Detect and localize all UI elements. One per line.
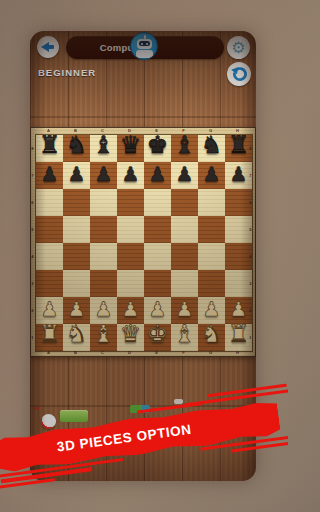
- square-d3[interactable]: [117, 270, 144, 297]
- square-b3[interactable]: [63, 270, 90, 297]
- piece-white-knight[interactable]: ♞: [66, 322, 88, 346]
- piece-white-pawn[interactable]: ♟: [68, 299, 86, 319]
- file-label-bottom: F: [177, 351, 189, 354]
- robot-head-icon: [137, 39, 152, 49]
- square-c5[interactable]: [90, 216, 117, 243]
- piece-black-knight[interactable]: ♞: [66, 133, 88, 157]
- piece-white-pawn[interactable]: ♟: [176, 299, 194, 319]
- piece-black-pawn[interactable]: ♟: [41, 164, 59, 184]
- piece-white-bishop[interactable]: ♝: [174, 322, 196, 346]
- rank-label-right: 6: [244, 201, 256, 204]
- rank-label-left: 5: [30, 228, 39, 231]
- square-a1[interactable]: ♜: [36, 324, 63, 351]
- square-f4[interactable]: [171, 243, 198, 270]
- square-b1[interactable]: ♞: [63, 324, 90, 351]
- rank-label-right: 8: [244, 147, 256, 150]
- file-label-bottom: B: [69, 351, 81, 354]
- square-b4[interactable]: [63, 243, 90, 270]
- file-label-top: A: [42, 129, 54, 132]
- piece-white-knight[interactable]: ♞: [201, 322, 223, 346]
- square-f5[interactable]: [171, 216, 198, 243]
- piece-black-bishop[interactable]: ♝: [93, 133, 115, 157]
- rank-label-right: 2: [244, 309, 256, 312]
- square-c8[interactable]: ♝: [90, 135, 117, 162]
- square-c1[interactable]: ♝: [90, 324, 117, 351]
- square-e3[interactable]: [144, 270, 171, 297]
- rank-label-right: 5: [244, 228, 256, 231]
- piece-white-pawn[interactable]: ♟: [203, 299, 221, 319]
- piece-black-knight[interactable]: ♞: [201, 133, 223, 157]
- back-arrow-icon: [41, 42, 55, 52]
- file-label-bottom: C: [96, 351, 108, 354]
- rank-label-left: 8: [30, 147, 39, 150]
- chess-board: ♜♞♝♛♚♝♞♜♟♟♟♟♟♟♟♟♟♟♟♟♟♟♟♟♜♞♝♛♚♝♞♜ AABBCCD…: [30, 127, 256, 357]
- restart-icon: [231, 66, 247, 82]
- file-label-bottom: H: [231, 351, 243, 354]
- square-a4[interactable]: [36, 243, 63, 270]
- square-f1[interactable]: ♝: [171, 324, 198, 351]
- restart-button[interactable]: [227, 62, 251, 86]
- square-d8[interactable]: ♛: [117, 135, 144, 162]
- piece-white-queen[interactable]: ♛: [120, 322, 142, 346]
- square-e6[interactable]: [144, 189, 171, 216]
- opponent-name: Computer: [66, 36, 180, 59]
- square-d4[interactable]: [117, 243, 144, 270]
- rank-label-left: 7: [30, 174, 39, 177]
- file-label-top: E: [150, 129, 162, 132]
- square-c7[interactable]: ♟: [90, 162, 117, 189]
- square-a5[interactable]: [36, 216, 63, 243]
- square-c6[interactable]: [90, 189, 117, 216]
- file-label-top: G: [204, 129, 216, 132]
- piece-white-bishop[interactable]: ♝: [93, 322, 115, 346]
- file-label-top: D: [123, 129, 135, 132]
- rank-label-right: 4: [244, 255, 256, 258]
- square-g6[interactable]: [198, 189, 225, 216]
- square-a6[interactable]: [36, 189, 63, 216]
- file-label-bottom: A: [42, 351, 54, 354]
- square-f7[interactable]: ♟: [171, 162, 198, 189]
- file-label-bottom: D: [123, 351, 135, 354]
- file-label-top: F: [177, 129, 189, 132]
- square-d5[interactable]: [117, 216, 144, 243]
- square-a7[interactable]: ♟: [36, 162, 63, 189]
- piece-white-rook[interactable]: ♜: [39, 322, 61, 346]
- piece-white-pawn[interactable]: ♟: [41, 299, 59, 319]
- square-d1[interactable]: ♛: [117, 324, 144, 351]
- square-f8[interactable]: ♝: [171, 135, 198, 162]
- piece-black-king[interactable]: ♚: [147, 133, 169, 157]
- gear-icon: ⚙: [231, 40, 245, 56]
- square-g3[interactable]: [198, 270, 225, 297]
- rank-label-left: 1: [30, 336, 39, 339]
- square-b6[interactable]: [63, 189, 90, 216]
- rank-label-right: 1: [244, 336, 256, 339]
- piece-black-queen[interactable]: ♛: [120, 133, 142, 157]
- rank-label-left: 2: [30, 309, 39, 312]
- ribbon-text: 3D PIECES OPTION: [56, 418, 218, 454]
- square-g7[interactable]: ♟: [198, 162, 225, 189]
- square-f3[interactable]: [171, 270, 198, 297]
- square-e4[interactable]: [144, 243, 171, 270]
- rank-label-left: 4: [30, 255, 39, 258]
- square-f6[interactable]: [171, 189, 198, 216]
- piece-black-pawn[interactable]: ♟: [203, 164, 221, 184]
- square-b5[interactable]: [63, 216, 90, 243]
- square-e1[interactable]: ♚: [144, 324, 171, 351]
- file-label-bottom: G: [204, 351, 216, 354]
- robot-body-icon: [136, 50, 153, 58]
- square-g8[interactable]: ♞: [198, 135, 225, 162]
- back-button[interactable]: [37, 36, 59, 58]
- square-b7[interactable]: ♟: [63, 162, 90, 189]
- piece-black-pawn[interactable]: ♟: [122, 164, 140, 184]
- piece-black-rook[interactable]: ♜: [39, 133, 61, 157]
- robot-avatar: [130, 32, 158, 60]
- rank-label-right: 7: [244, 174, 256, 177]
- square-b8[interactable]: ♞: [63, 135, 90, 162]
- piece-black-pawn[interactable]: ♟: [95, 164, 113, 184]
- square-g4[interactable]: [198, 243, 225, 270]
- square-d7[interactable]: ♟: [117, 162, 144, 189]
- file-label-top: H: [231, 129, 243, 132]
- square-a3[interactable]: [36, 270, 63, 297]
- square-g1[interactable]: ♞: [198, 324, 225, 351]
- square-e7[interactable]: ♟: [144, 162, 171, 189]
- piece-black-pawn[interactable]: ♟: [176, 164, 194, 184]
- piece-white-rook[interactable]: ♜: [228, 322, 250, 346]
- file-label-top: B: [69, 129, 81, 132]
- file-label-bottom: E: [150, 351, 162, 354]
- square-c4[interactable]: [90, 243, 117, 270]
- piece-white-king[interactable]: ♚: [147, 322, 169, 346]
- square-e5[interactable]: [144, 216, 171, 243]
- rank-label-right: 3: [244, 282, 256, 285]
- piece-black-pawn[interactable]: ♟: [68, 164, 86, 184]
- settings-button[interactable]: ⚙: [227, 36, 250, 59]
- board-grid: ♜♞♝♛♚♝♞♜♟♟♟♟♟♟♟♟♟♟♟♟♟♟♟♟♜♞♝♛♚♝♞♜: [36, 135, 252, 351]
- square-a8[interactable]: ♜: [36, 135, 63, 162]
- piece-black-bishop[interactable]: ♝: [174, 133, 196, 157]
- square-c3[interactable]: [90, 270, 117, 297]
- square-d6[interactable]: [117, 189, 144, 216]
- square-g5[interactable]: [198, 216, 225, 243]
- piece-white-pawn[interactable]: ♟: [95, 299, 113, 319]
- piece-white-pawn[interactable]: ♟: [149, 299, 167, 319]
- rank-label-left: 6: [30, 201, 39, 204]
- piece-white-pawn[interactable]: ♟: [122, 299, 140, 319]
- rank-label-left: 3: [30, 282, 39, 285]
- piece-black-pawn[interactable]: ♟: [149, 164, 167, 184]
- difficulty-label: BEGINNER: [38, 67, 96, 78]
- piece-black-rook[interactable]: ♜: [228, 133, 250, 157]
- square-e8[interactable]: ♚: [144, 135, 171, 162]
- file-label-top: C: [96, 129, 108, 132]
